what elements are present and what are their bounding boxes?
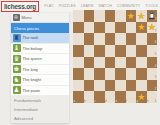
stage-the-pawn[interactable]: ♟ The pawn [11, 86, 69, 97]
nav-tools[interactable]: TOOLS [145, 4, 158, 8]
file-label-h: h [147, 100, 149, 103]
square-a2[interactable] [73, 80, 84, 92]
square-g4[interactable] [136, 57, 147, 69]
square-e7[interactable] [115, 22, 126, 34]
pawn-icon: ♟ [13, 86, 21, 94]
stage-label: The bishop [23, 46, 43, 51]
square-f2[interactable] [126, 80, 137, 92]
stage-the-king[interactable]: ♚ The king [11, 65, 69, 76]
section-intermediate[interactable]: Intermediate [11, 105, 69, 114]
square-a6[interactable] [73, 33, 84, 45]
lesson-menu: ♔ Menu Chess pieces ♜ The rook ♝ The bis… [11, 13, 69, 123]
square-b1[interactable]: b [84, 91, 95, 103]
square-e2[interactable] [115, 80, 126, 92]
square-f5[interactable] [126, 45, 137, 57]
square-h3[interactable]: 3 [147, 68, 158, 80]
square-d2[interactable] [105, 80, 116, 92]
square-h2[interactable]: 2 [147, 80, 158, 92]
page-background: lichess.org PLAY PUZZLES LEARN WATCH COM… [0, 0, 160, 125]
lichess-logo[interactable]: lichess.org [4, 3, 36, 10]
stage-label: The knight [23, 77, 42, 82]
nav-puzzles[interactable]: PUZZLES [59, 4, 76, 8]
square-d3[interactable] [105, 68, 116, 80]
square-c2[interactable] [94, 80, 105, 92]
square-h1[interactable]: h1 [147, 91, 158, 103]
menu-label: Menu [22, 15, 32, 20]
file-label-b: b [84, 100, 86, 103]
square-f6[interactable] [126, 33, 137, 45]
stage-label: The pawn [23, 88, 41, 93]
bishop-icon: ♝ [13, 44, 21, 52]
square-g3[interactable] [136, 68, 147, 80]
star-icon-g7: ★ [136, 22, 147, 34]
square-g2[interactable] [136, 80, 147, 92]
square-c7[interactable] [94, 22, 105, 34]
stage-label: The rook [23, 35, 39, 40]
square-b7[interactable] [84, 22, 95, 34]
logo-annotation-box: lichess.org [1, 1, 39, 12]
square-e8[interactable] [115, 10, 126, 22]
king-icon: ♚ [13, 65, 21, 73]
menu-button[interactable]: ♔ Menu [11, 13, 69, 23]
stage-label: The king [23, 67, 38, 72]
file-label-a: a [74, 100, 76, 103]
square-h4[interactable]: 4 [147, 57, 158, 69]
square-e1[interactable]: e [115, 91, 126, 103]
square-c3[interactable] [94, 68, 105, 80]
square-b3[interactable] [84, 68, 95, 80]
star-icon-g8: ★ [136, 10, 147, 22]
square-d8[interactable] [105, 10, 116, 22]
file-label-f: f [126, 100, 127, 103]
white-rook-h8[interactable]: ♜ [147, 10, 158, 22]
square-c5[interactable] [94, 45, 105, 57]
square-f4[interactable] [126, 57, 137, 69]
square-b4[interactable] [84, 57, 95, 69]
knight-icon: ♞ [13, 76, 21, 84]
square-b8[interactable] [84, 10, 95, 22]
crown-icon: ♔ [13, 14, 20, 21]
nav-learn[interactable]: LEARN [81, 4, 94, 8]
square-a8[interactable] [73, 10, 84, 22]
square-h6[interactable]: 6 [147, 33, 158, 45]
square-g5[interactable] [136, 45, 147, 57]
top-nav: PLAY PUZZLES LEARN WATCH COMMUNITY TOOLS [44, 4, 158, 8]
square-d6[interactable] [105, 33, 116, 45]
square-b2[interactable] [84, 80, 95, 92]
square-a1[interactable]: a [73, 91, 84, 103]
star-icon-f8: ★ [126, 10, 137, 22]
square-g6[interactable] [136, 33, 147, 45]
chess-board-area: 8765432abcdefgh1 ★★★★★♜ [73, 10, 157, 103]
square-e3[interactable] [115, 68, 126, 80]
star-icon-h7: ★ [147, 22, 158, 34]
rook-icon: ♜ [13, 34, 21, 42]
category-chess-pieces[interactable]: Chess pieces [11, 23, 69, 33]
nav-watch[interactable]: WATCH [98, 4, 111, 8]
stage-the-bishop[interactable]: ♝ The bishop [11, 44, 69, 55]
square-d4[interactable] [105, 57, 116, 69]
nav-play[interactable]: PLAY [44, 4, 54, 8]
stage-the-queen[interactable]: ♛ The queen [11, 54, 69, 65]
section-fundamentals[interactable]: Fundamentals [11, 96, 69, 105]
square-a7[interactable] [73, 22, 84, 34]
square-d5[interactable] [105, 45, 116, 57]
square-c8[interactable] [94, 10, 105, 22]
stage-the-rook[interactable]: ♜ The rook [11, 33, 69, 44]
square-f3[interactable] [126, 68, 137, 80]
square-c6[interactable] [94, 33, 105, 45]
stage-label: The queen [23, 56, 42, 61]
square-f1[interactable]: f [126, 91, 137, 103]
star-icon-g1: ★ [136, 91, 147, 103]
stage-the-knight[interactable]: ♞ The knight [11, 75, 69, 86]
square-c1[interactable]: c [94, 91, 105, 103]
square-b5[interactable] [84, 45, 95, 57]
file-label-c: c [95, 100, 97, 103]
nav-community[interactable]: COMMUNITY [117, 4, 140, 8]
file-label-d: d [105, 100, 107, 103]
square-e5[interactable] [115, 45, 126, 57]
square-d7[interactable] [105, 22, 116, 34]
square-d1[interactable]: d [105, 91, 116, 103]
square-e4[interactable] [115, 57, 126, 69]
square-a5[interactable] [73, 45, 84, 57]
square-a3[interactable] [73, 68, 84, 80]
rank-label-1: 1 [155, 100, 157, 103]
square-h5[interactable]: 5 [147, 45, 158, 57]
square-a4[interactable] [73, 57, 84, 69]
section-advanced[interactable]: Advanced [11, 114, 69, 123]
square-e6[interactable] [115, 33, 126, 45]
square-c4[interactable] [94, 57, 105, 69]
square-b6[interactable] [84, 33, 95, 45]
square-f7[interactable] [126, 22, 137, 34]
file-label-e: e [116, 100, 118, 103]
queen-icon: ♛ [13, 55, 21, 63]
